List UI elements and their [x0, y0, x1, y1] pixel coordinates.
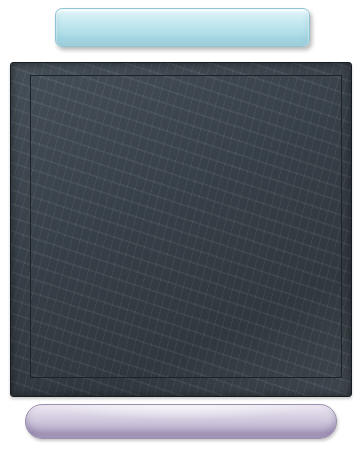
board-squares: [30, 75, 342, 378]
chess-lesson-page: [0, 0, 362, 449]
file-labels: [30, 376, 340, 397]
rank-labels: [11, 75, 30, 376]
chess-board: [10, 62, 352, 397]
analysis-position-banner: [55, 8, 310, 47]
side-to-move-banner: [25, 404, 337, 439]
